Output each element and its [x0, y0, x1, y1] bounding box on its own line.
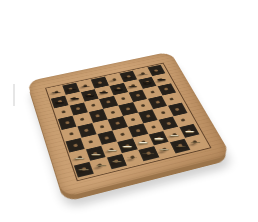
scene: ♜♞♝♛♚♝♞♜♟♟♟♟♟♟♟♟♟♟♟♟♟♟♟♟♜♞♝♛♚♝♞♜	[0, 0, 258, 222]
square-h5[interactable]	[162, 93, 181, 106]
peg-hole	[160, 111, 165, 115]
product-photo: ♜♞♝♛♚♝♞♜♟♟♟♟♟♟♟♟♟♟♟♟♟♟♟♟♜♞♝♛♚♝♞♜	[0, 0, 258, 222]
peg-hole	[121, 97, 126, 100]
peg-hole	[76, 107, 81, 110]
peg-hole	[91, 104, 96, 107]
peg-hole	[135, 94, 140, 97]
piece-black-pawn: ♟	[84, 86, 95, 99]
peg-hole	[69, 132, 74, 136]
square-e4[interactable]	[123, 113, 142, 127]
peg-hole	[164, 88, 169, 91]
peg-hole	[100, 125, 105, 129]
peg-hole	[130, 118, 135, 122]
chess-board: ♜♞♝♛♚♝♞♜♟♟♟♟♟♟♟♟♟♟♟♟♟♟♟♟♜♞♝♛♚♝♞♜	[27, 52, 231, 198]
peg-hole	[145, 114, 150, 118]
piece-white-queen: ♛	[123, 138, 143, 160]
peg-hole	[150, 91, 155, 94]
